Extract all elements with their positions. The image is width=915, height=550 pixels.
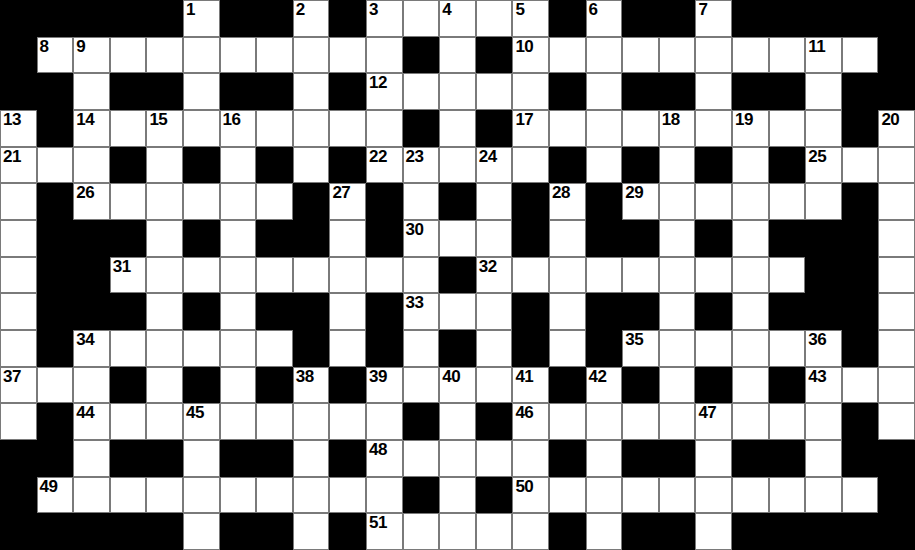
black-cell [586,220,623,257]
white-cell[interactable] [622,403,659,440]
white-cell[interactable] [586,257,623,294]
white-cell[interactable] [805,183,842,220]
black-cell [73,257,110,294]
white-cell[interactable] [878,147,915,184]
white-cell[interactable]: 27 [329,183,366,220]
white-cell[interactable] [732,147,769,184]
black-cell [842,257,879,294]
white-cell[interactable] [256,37,293,74]
white-cell[interactable] [695,477,732,514]
white-cell[interactable] [403,440,440,477]
white-cell[interactable] [622,37,659,74]
clue-number: 14 [76,111,94,130]
white-cell[interactable] [146,477,183,514]
black-cell [769,0,806,37]
clue-number: 32 [479,258,497,277]
white-cell[interactable] [805,73,842,110]
white-cell[interactable] [439,37,476,74]
white-cell[interactable] [586,403,623,440]
white-cell[interactable] [586,147,623,184]
white-cell[interactable] [586,477,623,514]
clue-number: 7 [698,1,707,20]
white-cell[interactable]: 33 [403,293,440,330]
black-cell [769,73,806,110]
white-cell[interactable]: 44 [73,403,110,440]
black-cell [0,0,37,37]
white-cell[interactable] [842,147,879,184]
white-cell[interactable] [586,440,623,477]
white-cell[interactable] [220,293,257,330]
black-cell [146,440,183,477]
black-cell [659,73,696,110]
white-cell[interactable] [146,220,183,257]
white-cell[interactable] [37,147,74,184]
white-cell[interactable] [549,257,586,294]
white-cell[interactable] [732,293,769,330]
white-cell[interactable] [439,147,476,184]
white-cell[interactable] [183,513,220,550]
white-cell[interactable]: 49 [37,477,74,514]
white-cell[interactable]: 34 [73,330,110,367]
white-cell[interactable] [0,183,37,220]
clue-number: 33 [406,294,424,313]
white-cell[interactable] [439,477,476,514]
white-cell[interactable] [842,37,879,74]
white-cell[interactable] [329,220,366,257]
white-cell[interactable] [732,367,769,404]
white-cell[interactable]: 51 [366,513,403,550]
white-cell[interactable]: 41 [512,367,549,404]
white-cell[interactable] [695,330,732,367]
white-cell[interactable] [439,293,476,330]
black-cell [769,220,806,257]
white-cell[interactable] [403,0,440,37]
white-cell[interactable]: 10 [512,37,549,74]
white-cell[interactable] [293,73,330,110]
black-cell [805,513,842,550]
white-cell[interactable] [146,293,183,330]
black-cell [439,183,476,220]
white-cell[interactable] [622,257,659,294]
white-cell[interactable] [476,330,513,367]
white-cell[interactable] [146,257,183,294]
white-cell[interactable] [732,220,769,257]
white-cell[interactable] [329,403,366,440]
white-cell[interactable]: 12 [366,73,403,110]
white-cell[interactable] [695,513,732,550]
white-cell[interactable] [512,73,549,110]
black-cell [329,440,366,477]
white-cell[interactable] [0,330,37,367]
clue-number: 17 [515,111,533,130]
white-cell[interactable] [878,403,915,440]
white-cell[interactable]: 17 [512,110,549,147]
white-cell[interactable]: 1 [183,0,220,37]
white-cell[interactable] [293,110,330,147]
clue-number: 46 [515,404,533,423]
white-cell[interactable] [476,367,513,404]
white-cell[interactable] [0,293,37,330]
white-cell[interactable]: 28 [549,183,586,220]
black-cell [842,220,879,257]
white-cell[interactable] [220,403,257,440]
white-cell[interactable] [183,440,220,477]
clue-number: 47 [698,404,716,423]
white-cell[interactable]: 3 [366,0,403,37]
white-cell[interactable]: 11 [805,37,842,74]
white-cell[interactable] [586,37,623,74]
white-cell[interactable]: 6 [586,0,623,37]
black-cell [220,513,257,550]
white-cell[interactable] [586,513,623,550]
white-cell[interactable]: 22 [366,147,403,184]
white-cell[interactable] [220,367,257,404]
black-cell [256,293,293,330]
white-cell[interactable]: 5 [512,0,549,37]
white-cell[interactable] [293,513,330,550]
white-cell[interactable] [329,330,366,367]
white-cell[interactable] [805,477,842,514]
white-cell[interactable] [659,220,696,257]
clue-number: 9 [76,38,85,57]
white-cell[interactable] [476,440,513,477]
white-cell[interactable] [439,220,476,257]
black-cell [549,73,586,110]
black-cell [512,220,549,257]
white-cell[interactable] [183,73,220,110]
black-cell [878,477,915,514]
white-cell[interactable] [73,477,110,514]
white-cell[interactable] [403,183,440,220]
clue-number: 45 [186,404,204,423]
white-cell[interactable] [659,257,696,294]
white-cell[interactable] [476,73,513,110]
white-cell[interactable] [220,257,257,294]
white-cell[interactable] [146,183,183,220]
black-cell [549,440,586,477]
black-cell [878,0,915,37]
white-cell[interactable] [183,37,220,74]
white-cell[interactable] [659,403,696,440]
white-cell[interactable] [695,257,732,294]
white-cell[interactable] [403,367,440,404]
white-cell[interactable] [695,37,732,74]
black-cell [695,147,732,184]
white-cell[interactable] [476,293,513,330]
black-cell [183,293,220,330]
white-cell[interactable] [878,293,915,330]
white-cell[interactable]: 37 [0,367,37,404]
white-cell[interactable] [659,147,696,184]
white-cell[interactable] [878,367,915,404]
white-cell[interactable] [512,147,549,184]
clue-number: 6 [589,1,598,20]
white-cell[interactable]: 38 [293,367,330,404]
white-cell[interactable] [549,293,586,330]
white-cell[interactable] [439,73,476,110]
white-cell[interactable] [366,110,403,147]
black-cell [549,367,586,404]
white-cell[interactable] [769,403,806,440]
black-cell [256,147,293,184]
white-cell[interactable] [549,220,586,257]
white-cell[interactable]: 25 [805,147,842,184]
black-cell [366,183,403,220]
clue-number: 43 [808,368,826,387]
white-cell[interactable] [878,257,915,294]
white-cell[interactable] [256,183,293,220]
white-cell[interactable] [512,513,549,550]
clue-number: 16 [223,111,241,130]
white-cell[interactable]: 29 [622,183,659,220]
white-cell[interactable]: 18 [659,110,696,147]
white-cell[interactable] [586,110,623,147]
white-cell[interactable] [0,220,37,257]
white-cell[interactable] [732,477,769,514]
black-cell [293,330,330,367]
white-cell[interactable] [512,257,549,294]
white-cell[interactable] [769,183,806,220]
white-cell[interactable] [329,293,366,330]
white-cell[interactable]: 4 [439,0,476,37]
white-cell[interactable]: 21 [0,147,37,184]
white-cell[interactable] [0,403,37,440]
white-cell[interactable] [805,440,842,477]
white-cell[interactable]: 8 [37,37,74,74]
white-cell[interactable] [878,220,915,257]
clue-number: 34 [76,331,94,350]
white-cell[interactable] [439,513,476,550]
black-cell [293,293,330,330]
white-cell[interactable] [659,183,696,220]
clue-number: 30 [406,221,424,240]
white-cell[interactable] [878,183,915,220]
white-cell[interactable] [329,37,366,74]
white-cell[interactable] [73,73,110,110]
white-cell[interactable] [110,403,147,440]
white-cell[interactable] [842,367,879,404]
white-cell[interactable] [146,330,183,367]
white-cell[interactable] [293,37,330,74]
white-cell[interactable] [403,73,440,110]
white-cell[interactable]: 30 [403,220,440,257]
black-cell [293,183,330,220]
black-cell [549,0,586,37]
white-cell[interactable] [183,183,220,220]
white-cell[interactable] [842,477,879,514]
white-cell[interactable]: 14 [73,110,110,147]
white-cell[interactable] [732,330,769,367]
white-cell[interactable] [878,330,915,367]
white-cell[interactable] [146,403,183,440]
black-cell [622,0,659,37]
white-cell[interactable] [439,440,476,477]
white-cell[interactable]: 16 [220,110,257,147]
white-cell[interactable] [403,330,440,367]
white-cell[interactable] [293,257,330,294]
white-cell[interactable]: 19 [732,110,769,147]
white-cell[interactable] [732,257,769,294]
white-cell[interactable] [183,110,220,147]
white-cell[interactable] [293,403,330,440]
black-cell [0,73,37,110]
black-cell [878,513,915,550]
white-cell[interactable] [769,477,806,514]
white-cell[interactable] [0,257,37,294]
white-cell[interactable] [549,403,586,440]
white-cell[interactable] [220,477,257,514]
black-cell [439,330,476,367]
white-cell[interactable]: 47 [695,403,732,440]
white-cell[interactable]: 40 [439,367,476,404]
white-cell[interactable] [220,37,257,74]
white-cell[interactable] [256,330,293,367]
white-cell[interactable] [659,330,696,367]
white-cell[interactable]: 9 [73,37,110,74]
white-cell[interactable] [37,367,74,404]
black-cell [622,367,659,404]
black-cell [622,73,659,110]
white-cell[interactable]: 42 [586,367,623,404]
white-cell[interactable] [256,257,293,294]
black-cell [110,513,147,550]
white-cell[interactable] [769,37,806,74]
white-cell[interactable]: 50 [512,477,549,514]
white-cell[interactable] [73,440,110,477]
white-cell[interactable] [549,110,586,147]
white-cell[interactable]: 46 [512,403,549,440]
white-cell[interactable] [403,257,440,294]
clue-number: 26 [76,184,94,203]
white-cell[interactable] [73,367,110,404]
white-cell[interactable] [805,110,842,147]
white-cell[interactable] [732,37,769,74]
white-cell[interactable] [659,477,696,514]
white-cell[interactable] [732,403,769,440]
white-cell[interactable] [329,110,366,147]
white-cell[interactable] [695,110,732,147]
white-cell[interactable] [293,440,330,477]
white-cell[interactable] [622,110,659,147]
white-cell[interactable] [659,293,696,330]
clue-number: 11 [808,38,825,57]
white-cell[interactable] [439,110,476,147]
white-cell[interactable]: 48 [366,440,403,477]
white-cell[interactable] [769,330,806,367]
black-cell [37,330,74,367]
white-cell[interactable] [805,403,842,440]
black-cell [769,147,806,184]
white-cell[interactable] [146,37,183,74]
white-cell[interactable] [769,110,806,147]
white-cell[interactable] [110,37,147,74]
white-cell[interactable]: 13 [0,110,37,147]
white-cell[interactable] [146,147,183,184]
white-cell[interactable] [183,257,220,294]
white-cell[interactable] [695,440,732,477]
white-cell[interactable] [183,330,220,367]
white-cell[interactable] [293,147,330,184]
white-cell[interactable] [659,367,696,404]
white-cell[interactable] [220,183,257,220]
white-cell[interactable]: 39 [366,367,403,404]
white-cell[interactable] [73,147,110,184]
white-cell[interactable]: 32 [476,257,513,294]
white-cell[interactable] [549,477,586,514]
white-cell[interactable] [220,147,257,184]
white-cell[interactable]: 23 [403,147,440,184]
black-cell [220,440,257,477]
white-cell[interactable] [110,477,147,514]
white-cell[interactable] [329,257,366,294]
white-cell[interactable] [549,37,586,74]
white-cell[interactable]: 7 [695,0,732,37]
white-cell[interactable] [403,513,440,550]
white-cell[interactable] [695,73,732,110]
clue-number: 20 [881,111,899,130]
white-cell[interactable] [439,403,476,440]
white-cell[interactable] [183,477,220,514]
white-cell[interactable] [366,257,403,294]
white-cell[interactable] [622,477,659,514]
white-cell[interactable] [512,440,549,477]
white-cell[interactable] [586,73,623,110]
white-cell[interactable] [769,257,806,294]
white-cell[interactable] [110,183,147,220]
black-cell [695,220,732,257]
white-cell[interactable] [329,477,366,514]
white-cell[interactable] [256,110,293,147]
black-cell [842,183,879,220]
white-cell[interactable]: 36 [805,330,842,367]
white-cell[interactable] [366,37,403,74]
white-cell[interactable] [695,183,732,220]
white-cell[interactable] [110,330,147,367]
white-cell[interactable] [220,330,257,367]
white-cell[interactable] [146,367,183,404]
white-cell[interactable]: 35 [622,330,659,367]
white-cell[interactable]: 26 [73,183,110,220]
white-cell[interactable] [293,477,330,514]
black-cell [146,73,183,110]
black-cell [842,440,879,477]
white-cell[interactable]: 15 [146,110,183,147]
black-cell [805,293,842,330]
clue-number: 18 [662,111,680,130]
white-cell[interactable]: 43 [805,367,842,404]
white-cell[interactable] [110,110,147,147]
white-cell[interactable]: 24 [476,147,513,184]
white-cell[interactable]: 20 [878,110,915,147]
white-cell[interactable] [220,220,257,257]
white-cell[interactable] [659,37,696,74]
white-cell[interactable] [476,220,513,257]
white-cell[interactable] [549,330,586,367]
white-cell[interactable] [732,183,769,220]
white-cell[interactable] [366,403,403,440]
white-cell[interactable] [476,513,513,550]
white-cell[interactable] [256,477,293,514]
white-cell[interactable] [256,403,293,440]
black-cell [329,513,366,550]
black-cell [622,220,659,257]
white-cell[interactable]: 2 [293,0,330,37]
white-cell[interactable] [476,183,513,220]
white-cell[interactable]: 45 [183,403,220,440]
white-cell[interactable]: 31 [110,257,147,294]
white-cell[interactable] [476,0,513,37]
white-cell[interactable] [366,477,403,514]
